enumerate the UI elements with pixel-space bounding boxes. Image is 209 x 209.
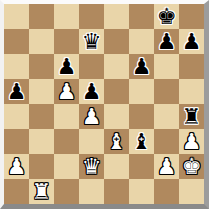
- square-f6[interactable]: ♟: [129, 54, 154, 79]
- square-a1[interactable]: [4, 179, 29, 204]
- piece-white-king: ♚: [179, 154, 204, 179]
- square-b1[interactable]: ♜: [29, 179, 54, 204]
- square-a5[interactable]: ♟: [4, 79, 29, 104]
- square-b5[interactable]: [29, 79, 54, 104]
- square-f8[interactable]: [129, 4, 154, 29]
- square-h3[interactable]: ♟: [179, 129, 204, 154]
- square-g4[interactable]: [154, 104, 179, 129]
- square-g8[interactable]: ♚: [154, 4, 179, 29]
- piece-black-pawn: ♟: [79, 79, 104, 104]
- piece-white-bishop: ♝: [104, 129, 129, 154]
- piece-white-pawn: ♟: [54, 79, 79, 104]
- square-f5[interactable]: [129, 79, 154, 104]
- square-c6[interactable]: ♟: [54, 54, 79, 79]
- square-e5[interactable]: [104, 79, 129, 104]
- square-d6[interactable]: [79, 54, 104, 79]
- piece-white-rook: ♜: [29, 179, 54, 204]
- square-e4[interactable]: [104, 104, 129, 129]
- square-h6[interactable]: [179, 54, 204, 79]
- square-g3[interactable]: [154, 129, 179, 154]
- square-h1[interactable]: [179, 179, 204, 204]
- square-b2[interactable]: [29, 154, 54, 179]
- square-a3[interactable]: [4, 129, 29, 154]
- square-f1[interactable]: [129, 179, 154, 204]
- square-f4[interactable]: [129, 104, 154, 129]
- square-c8[interactable]: [54, 4, 79, 29]
- square-f7[interactable]: [129, 29, 154, 54]
- square-d4[interactable]: ♟: [79, 104, 104, 129]
- piece-black-bishop: ♝: [129, 129, 154, 154]
- square-e8[interactable]: [104, 4, 129, 29]
- square-g6[interactable]: [154, 54, 179, 79]
- square-e7[interactable]: [104, 29, 129, 54]
- square-d7[interactable]: ♛: [79, 29, 104, 54]
- square-b4[interactable]: [29, 104, 54, 129]
- square-d1[interactable]: [79, 179, 104, 204]
- piece-black-king: ♚: [154, 4, 179, 29]
- square-e1[interactable]: [104, 179, 129, 204]
- square-b8[interactable]: [29, 4, 54, 29]
- square-a7[interactable]: [4, 29, 29, 54]
- square-f3[interactable]: ♝: [129, 129, 154, 154]
- square-c2[interactable]: [54, 154, 79, 179]
- piece-black-queen: ♛: [79, 29, 104, 54]
- square-e6[interactable]: [104, 54, 129, 79]
- square-g2[interactable]: ♟: [154, 154, 179, 179]
- square-b3[interactable]: [29, 129, 54, 154]
- square-c4[interactable]: [54, 104, 79, 129]
- piece-white-queen: ♛: [79, 154, 104, 179]
- square-d3[interactable]: [79, 129, 104, 154]
- square-g5[interactable]: [154, 79, 179, 104]
- square-a2[interactable]: ♟: [4, 154, 29, 179]
- square-g1[interactable]: [154, 179, 179, 204]
- square-a4[interactable]: [4, 104, 29, 129]
- square-e2[interactable]: [104, 154, 129, 179]
- square-h5[interactable]: [179, 79, 204, 104]
- piece-white-pawn: ♟: [154, 154, 179, 179]
- piece-black-pawn: ♟: [154, 29, 179, 54]
- piece-white-pawn: ♟: [79, 104, 104, 129]
- square-c3[interactable]: [54, 129, 79, 154]
- chess-board-frame: ♚♛♟♟♟♟♟♟♟♟♜♝♝♟♟♛♟♚♜: [0, 0, 209, 209]
- square-b7[interactable]: [29, 29, 54, 54]
- square-a8[interactable]: [4, 4, 29, 29]
- square-d5[interactable]: ♟: [79, 79, 104, 104]
- square-d8[interactable]: [79, 4, 104, 29]
- piece-black-pawn: ♟: [54, 54, 79, 79]
- square-c5[interactable]: ♟: [54, 79, 79, 104]
- piece-white-pawn: ♟: [4, 154, 29, 179]
- piece-black-pawn: ♟: [129, 54, 154, 79]
- square-c1[interactable]: [54, 179, 79, 204]
- square-h8[interactable]: [179, 4, 204, 29]
- square-e3[interactable]: ♝: [104, 129, 129, 154]
- piece-black-pawn: ♟: [179, 29, 204, 54]
- piece-black-rook: ♜: [179, 104, 204, 129]
- square-f2[interactable]: [129, 154, 154, 179]
- square-c7[interactable]: [54, 29, 79, 54]
- square-h2[interactable]: ♚: [179, 154, 204, 179]
- piece-black-pawn: ♟: [4, 79, 29, 104]
- square-d2[interactable]: ♛: [79, 154, 104, 179]
- square-h7[interactable]: ♟: [179, 29, 204, 54]
- square-a6[interactable]: [4, 54, 29, 79]
- square-g7[interactable]: ♟: [154, 29, 179, 54]
- chess-board: ♚♛♟♟♟♟♟♟♟♟♜♝♝♟♟♛♟♚♜: [4, 4, 204, 204]
- piece-white-pawn: ♟: [179, 129, 204, 154]
- square-h4[interactable]: ♜: [179, 104, 204, 129]
- square-b6[interactable]: [29, 54, 54, 79]
